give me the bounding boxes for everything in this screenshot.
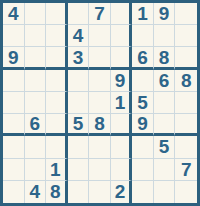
- cell-r7c2[interactable]: [25, 136, 47, 158]
- cell-r2c3[interactable]: [46, 25, 68, 47]
- cell-r4c4[interactable]: [68, 70, 90, 92]
- cell-r5c3[interactable]: [46, 92, 68, 114]
- cell-r6c1[interactable]: [3, 114, 25, 136]
- cell-r2c9[interactable]: [175, 25, 197, 47]
- cell-r2c5[interactable]: [89, 25, 111, 47]
- cell-r4c6[interactable]: 9: [111, 70, 133, 92]
- cell-r9c8[interactable]: [154, 181, 176, 203]
- cell-r3c3[interactable]: [46, 47, 68, 69]
- cell-r4c8[interactable]: 6: [154, 70, 176, 92]
- cell-r4c1[interactable]: [3, 70, 25, 92]
- cell-r4c7[interactable]: [132, 70, 154, 92]
- cell-r8c8[interactable]: [154, 159, 176, 181]
- cell-r3c2[interactable]: [25, 47, 47, 69]
- cell-r5c7[interactable]: 5: [132, 92, 154, 114]
- cell-r5c2[interactable]: [25, 92, 47, 114]
- cell-r8c7[interactable]: [132, 159, 154, 181]
- cell-r7c3[interactable]: [46, 136, 68, 158]
- cell-r2c8[interactable]: [154, 25, 176, 47]
- cell-r7c4[interactable]: [68, 136, 90, 158]
- cell-r1c1[interactable]: 4: [3, 3, 25, 25]
- cell-r6c5[interactable]: 8: [89, 114, 111, 136]
- cell-r6c4[interactable]: 5: [68, 114, 90, 136]
- cell-r8c4[interactable]: [68, 159, 90, 181]
- cell-r3c9[interactable]: [175, 47, 197, 69]
- cell-r8c2[interactable]: [25, 159, 47, 181]
- cell-r3c8[interactable]: 8: [154, 47, 176, 69]
- cell-r3c7[interactable]: 6: [132, 47, 154, 69]
- cell-r7c7[interactable]: [132, 136, 154, 158]
- cell-r1c8[interactable]: 9: [154, 3, 176, 25]
- cell-r1c7[interactable]: 1: [132, 3, 154, 25]
- cell-r5c1[interactable]: [3, 92, 25, 114]
- cell-r3c5[interactable]: [89, 47, 111, 69]
- cell-r1c2[interactable]: [25, 3, 47, 25]
- cell-r7c1[interactable]: [3, 136, 25, 158]
- cell-r3c1[interactable]: 9: [3, 47, 25, 69]
- cell-r7c6[interactable]: [111, 136, 133, 158]
- cell-r3c6[interactable]: [111, 47, 133, 69]
- cell-r2c4[interactable]: 4: [68, 25, 90, 47]
- cell-r5c8[interactable]: [154, 92, 176, 114]
- cell-r1c9[interactable]: [175, 3, 197, 25]
- cell-r2c2[interactable]: [25, 25, 47, 47]
- cell-r7c5[interactable]: [89, 136, 111, 158]
- cell-r6c3[interactable]: [46, 114, 68, 136]
- cell-r3c4[interactable]: 3: [68, 47, 90, 69]
- cell-r6c7[interactable]: 9: [132, 114, 154, 136]
- cell-r4c2[interactable]: [25, 70, 47, 92]
- cell-r8c1[interactable]: [3, 159, 25, 181]
- cell-r5c4[interactable]: [68, 92, 90, 114]
- cell-r5c9[interactable]: [175, 92, 197, 114]
- cell-r9c1[interactable]: [3, 181, 25, 203]
- cell-r8c5[interactable]: [89, 159, 111, 181]
- cell-r9c4[interactable]: [68, 181, 90, 203]
- cell-r2c6[interactable]: [111, 25, 133, 47]
- cell-r6c8[interactable]: [154, 114, 176, 136]
- cell-r9c7[interactable]: [132, 181, 154, 203]
- cell-r7c9[interactable]: [175, 136, 197, 158]
- cell-r5c6[interactable]: 1: [111, 92, 133, 114]
- cell-r4c9[interactable]: 8: [175, 70, 197, 92]
- cell-r2c1[interactable]: [3, 25, 25, 47]
- cell-r6c2[interactable]: 6: [25, 114, 47, 136]
- cell-r7c8[interactable]: 5: [154, 136, 176, 158]
- cell-r9c5[interactable]: [89, 181, 111, 203]
- sudoku-board: 471949368968156589517482: [0, 0, 200, 206]
- cell-r2c7[interactable]: [132, 25, 154, 47]
- cell-r4c5[interactable]: [89, 70, 111, 92]
- cell-r1c4[interactable]: [68, 3, 90, 25]
- cell-r1c3[interactable]: [46, 3, 68, 25]
- cell-r4c3[interactable]: [46, 70, 68, 92]
- cell-r9c6[interactable]: 2: [111, 181, 133, 203]
- cell-r6c6[interactable]: [111, 114, 133, 136]
- cell-r8c3[interactable]: 1: [46, 159, 68, 181]
- cell-r9c9[interactable]: [175, 181, 197, 203]
- cell-r1c5[interactable]: 7: [89, 3, 111, 25]
- cell-r1c6[interactable]: [111, 3, 133, 25]
- cell-r8c6[interactable]: [111, 159, 133, 181]
- cell-r5c5[interactable]: [89, 92, 111, 114]
- cell-r9c2[interactable]: 4: [25, 181, 47, 203]
- cell-r9c3[interactable]: 8: [46, 181, 68, 203]
- cell-r6c9[interactable]: [175, 114, 197, 136]
- cell-r8c9[interactable]: 7: [175, 159, 197, 181]
